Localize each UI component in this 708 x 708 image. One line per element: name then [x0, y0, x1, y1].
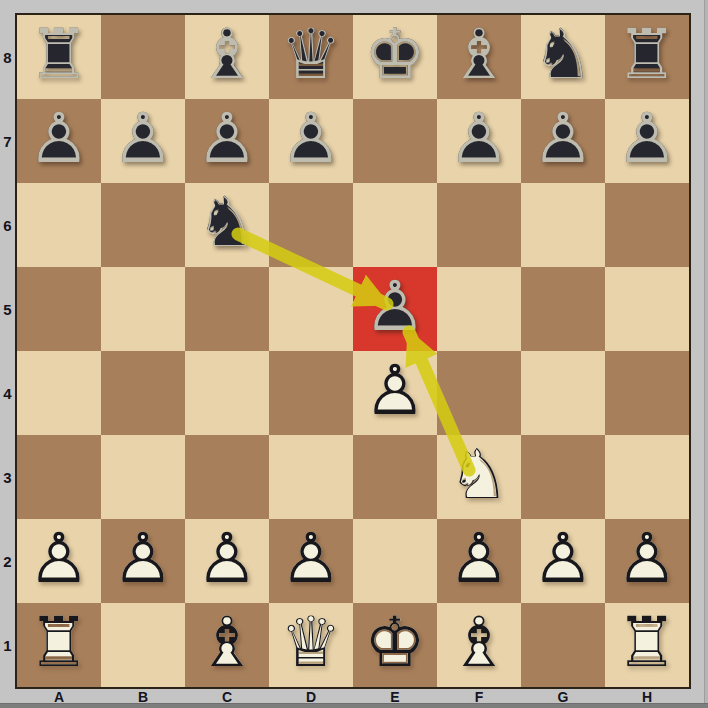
- file-label-b: B: [101, 690, 185, 704]
- square-e7[interactable]: [353, 99, 437, 183]
- window-right-edge: [704, 0, 708, 708]
- square-c2[interactable]: ♟♙: [185, 519, 269, 603]
- piece-black-pawn[interactable]: ♟♙: [437, 99, 521, 183]
- piece-glyph-outline: ♔: [353, 600, 437, 684]
- square-f6[interactable]: [437, 183, 521, 267]
- square-e8[interactable]: ♚♔: [353, 15, 437, 99]
- piece-white-bishop[interactable]: ♝♗: [185, 603, 269, 687]
- piece-white-pawn[interactable]: ♟♙: [185, 519, 269, 603]
- square-b5[interactable]: [101, 267, 185, 351]
- square-a6[interactable]: [17, 183, 101, 267]
- piece-glyph-outline: ♙: [437, 516, 521, 600]
- square-d3[interactable]: [269, 435, 353, 519]
- square-d7[interactable]: ♟♙: [269, 99, 353, 183]
- piece-white-pawn[interactable]: ♟♙: [17, 519, 101, 603]
- piece-glyph-outline: ♖: [17, 600, 101, 684]
- square-a1[interactable]: ♜♖: [17, 603, 101, 687]
- square-c1[interactable]: ♝♗: [185, 603, 269, 687]
- piece-glyph-outline: ♙: [521, 96, 605, 180]
- square-h6[interactable]: [605, 183, 689, 267]
- square-g8[interactable]: ♞♘: [521, 15, 605, 99]
- square-a3[interactable]: [17, 435, 101, 519]
- square-e4[interactable]: ♟♙: [353, 351, 437, 435]
- piece-white-pawn[interactable]: ♟♙: [437, 519, 521, 603]
- piece-glyph-outline: ♗: [437, 600, 521, 684]
- piece-white-king[interactable]: ♚♔: [353, 603, 437, 687]
- square-h2[interactable]: ♟♙: [605, 519, 689, 603]
- square-b3[interactable]: [101, 435, 185, 519]
- piece-glyph-outline: ♗: [185, 12, 269, 96]
- file-label-e: E: [353, 690, 437, 704]
- square-e3[interactable]: [353, 435, 437, 519]
- piece-glyph-outline: ♙: [17, 516, 101, 600]
- square-d6[interactable]: [269, 183, 353, 267]
- piece-glyph-outline: ♖: [605, 12, 689, 96]
- square-b4[interactable]: [101, 351, 185, 435]
- square-g5[interactable]: [521, 267, 605, 351]
- square-h4[interactable]: [605, 351, 689, 435]
- square-f3[interactable]: ♞♘: [437, 435, 521, 519]
- piece-glyph-outline: ♗: [185, 600, 269, 684]
- piece-glyph-outline: ♙: [185, 516, 269, 600]
- piece-black-bishop[interactable]: ♝♗: [185, 15, 269, 99]
- rank-label-6: 6: [0, 183, 15, 267]
- square-f5[interactable]: [437, 267, 521, 351]
- square-b2[interactable]: ♟♙: [101, 519, 185, 603]
- piece-white-pawn[interactable]: ♟♙: [605, 519, 689, 603]
- square-b1[interactable]: [101, 603, 185, 687]
- square-c3[interactable]: [185, 435, 269, 519]
- square-d5[interactable]: [269, 267, 353, 351]
- rank-label-7: 7: [0, 99, 15, 183]
- piece-glyph-outline: ♙: [101, 96, 185, 180]
- square-c7[interactable]: ♟♙: [185, 99, 269, 183]
- square-h1[interactable]: ♜♖: [605, 603, 689, 687]
- piece-glyph-outline: ♙: [437, 96, 521, 180]
- piece-glyph-outline: ♙: [185, 96, 269, 180]
- square-d1[interactable]: ♛♕: [269, 603, 353, 687]
- piece-glyph-outline: ♘: [185, 180, 269, 264]
- rank-label-8: 8: [0, 15, 15, 99]
- piece-black-queen[interactable]: ♛♕: [269, 15, 353, 99]
- rank-label-1: 1: [0, 603, 15, 687]
- square-g2[interactable]: ♟♙: [521, 519, 605, 603]
- piece-glyph-outline: ♙: [605, 96, 689, 180]
- square-f7[interactable]: ♟♙: [437, 99, 521, 183]
- piece-black-pawn[interactable]: ♟♙: [353, 267, 437, 351]
- square-f1[interactable]: ♝♗: [437, 603, 521, 687]
- square-b6[interactable]: [101, 183, 185, 267]
- piece-glyph-outline: ♙: [101, 516, 185, 600]
- square-h7[interactable]: ♟♙: [605, 99, 689, 183]
- square-g7[interactable]: ♟♙: [521, 99, 605, 183]
- square-b8[interactable]: [101, 15, 185, 99]
- piece-glyph-outline: ♖: [17, 12, 101, 96]
- piece-black-pawn[interactable]: ♟♙: [17, 99, 101, 183]
- piece-glyph-outline: ♙: [521, 516, 605, 600]
- square-e1[interactable]: ♚♔: [353, 603, 437, 687]
- piece-black-pawn[interactable]: ♟♙: [269, 99, 353, 183]
- piece-white-knight[interactable]: ♞♘: [437, 435, 521, 519]
- piece-black-knight[interactable]: ♞♘: [185, 183, 269, 267]
- file-label-g: G: [521, 690, 605, 704]
- square-c4[interactable]: [185, 351, 269, 435]
- piece-glyph-outline: ♙: [17, 96, 101, 180]
- square-a5[interactable]: [17, 267, 101, 351]
- piece-white-bishop[interactable]: ♝♗: [437, 603, 521, 687]
- piece-glyph-outline: ♗: [437, 12, 521, 96]
- piece-black-knight[interactable]: ♞♘: [521, 15, 605, 99]
- square-d2[interactable]: ♟♙: [269, 519, 353, 603]
- piece-glyph-outline: ♕: [269, 12, 353, 96]
- piece-white-pawn[interactable]: ♟♙: [101, 519, 185, 603]
- square-a8[interactable]: ♜♖: [17, 15, 101, 99]
- piece-white-pawn[interactable]: ♟♙: [521, 519, 605, 603]
- piece-glyph-outline: ♙: [605, 516, 689, 600]
- file-label-c: C: [185, 690, 269, 704]
- piece-glyph-outline: ♔: [353, 12, 437, 96]
- piece-glyph-outline: ♘: [437, 432, 521, 516]
- piece-glyph-outline: ♕: [269, 600, 353, 684]
- square-e2[interactable]: [353, 519, 437, 603]
- file-label-f: F: [437, 690, 521, 704]
- file-label-d: D: [269, 690, 353, 704]
- piece-white-rook[interactable]: ♜♖: [17, 603, 101, 687]
- square-f2[interactable]: ♟♙: [437, 519, 521, 603]
- piece-white-queen[interactable]: ♛♕: [269, 603, 353, 687]
- piece-black-pawn[interactable]: ♟♙: [605, 99, 689, 183]
- rank-label-4: 4: [0, 351, 15, 435]
- square-f8[interactable]: ♝♗: [437, 15, 521, 99]
- piece-black-pawn[interactable]: ♟♙: [185, 99, 269, 183]
- square-g3[interactable]: [521, 435, 605, 519]
- square-h3[interactable]: [605, 435, 689, 519]
- file-label-a: A: [17, 690, 101, 704]
- board-squares: ♜♖♝♗♛♕♚♔♝♗♞♘♜♖♟♙♟♙♟♙♟♙♟♙♟♙♟♙♞♘♟♙♟♙♞♘♟♙♟♙…: [17, 15, 689, 687]
- rank-label-2: 2: [0, 519, 15, 603]
- square-a4[interactable]: [17, 351, 101, 435]
- square-e5[interactable]: ♟♙: [353, 267, 437, 351]
- chess-app-window: ♜♖♝♗♛♕♚♔♝♗♞♘♜♖♟♙♟♙♟♙♟♙♟♙♟♙♟♙♞♘♟♙♟♙♞♘♟♙♟♙…: [0, 0, 708, 708]
- square-d8[interactable]: ♛♕: [269, 15, 353, 99]
- square-d4[interactable]: [269, 351, 353, 435]
- square-h5[interactable]: [605, 267, 689, 351]
- piece-black-bishop[interactable]: ♝♗: [437, 15, 521, 99]
- piece-black-rook[interactable]: ♜♖: [605, 15, 689, 99]
- square-a2[interactable]: ♟♙: [17, 519, 101, 603]
- square-a7[interactable]: ♟♙: [17, 99, 101, 183]
- piece-black-pawn[interactable]: ♟♙: [521, 99, 605, 183]
- square-g1[interactable]: [521, 603, 605, 687]
- square-c5[interactable]: [185, 267, 269, 351]
- piece-black-rook[interactable]: ♜♖: [17, 15, 101, 99]
- square-c8[interactable]: ♝♗: [185, 15, 269, 99]
- rank-label-5: 5: [0, 267, 15, 351]
- square-e6[interactable]: [353, 183, 437, 267]
- file-label-h: H: [605, 690, 689, 704]
- piece-glyph-outline: ♙: [353, 348, 437, 432]
- window-bottom-edge: [0, 703, 708, 708]
- piece-glyph-outline: ♙: [269, 516, 353, 600]
- piece-black-pawn[interactable]: ♟♙: [101, 99, 185, 183]
- square-g6[interactable]: [521, 183, 605, 267]
- piece-glyph-outline: ♙: [353, 264, 437, 348]
- rank-label-3: 3: [0, 435, 15, 519]
- piece-white-pawn[interactable]: ♟♙: [353, 351, 437, 435]
- piece-glyph-outline: ♖: [605, 600, 689, 684]
- piece-white-rook[interactable]: ♜♖: [605, 603, 689, 687]
- chess-board: ♜♖♝♗♛♕♚♔♝♗♞♘♜♖♟♙♟♙♟♙♟♙♟♙♟♙♟♙♞♘♟♙♟♙♞♘♟♙♟♙…: [15, 13, 691, 689]
- piece-white-pawn[interactable]: ♟♙: [269, 519, 353, 603]
- square-h8[interactable]: ♜♖: [605, 15, 689, 99]
- square-b7[interactable]: ♟♙: [101, 99, 185, 183]
- square-g4[interactable]: [521, 351, 605, 435]
- piece-glyph-outline: ♙: [269, 96, 353, 180]
- square-c6[interactable]: ♞♘: [185, 183, 269, 267]
- piece-black-king[interactable]: ♚♔: [353, 15, 437, 99]
- square-f4[interactable]: [437, 351, 521, 435]
- piece-glyph-outline: ♘: [521, 12, 605, 96]
